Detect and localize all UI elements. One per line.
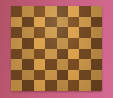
photo-background [0,0,113,98]
square-c4[interactable] [34,49,45,60]
square-h7[interactable] [91,17,102,28]
square-d6[interactable] [45,27,56,38]
square-f6[interactable] [68,27,79,38]
square-b8[interactable] [22,6,33,17]
square-d1[interactable] [45,80,56,91]
square-e5[interactable] [57,38,68,49]
square-c7[interactable] [34,17,45,28]
square-f8[interactable] [68,6,79,17]
square-e1[interactable] [57,80,68,91]
square-a4[interactable] [11,49,22,60]
square-a2[interactable] [11,70,22,81]
square-a3[interactable] [11,59,22,70]
square-e8[interactable] [57,6,68,17]
square-f5[interactable] [68,38,79,49]
square-c5[interactable] [34,38,45,49]
square-g2[interactable] [79,70,90,81]
square-h5[interactable] [91,38,102,49]
square-c1[interactable] [34,80,45,91]
square-g8[interactable] [79,6,90,17]
square-g3[interactable] [79,59,90,70]
square-b6[interactable] [22,27,33,38]
square-d4[interactable] [45,49,56,60]
square-e6[interactable] [57,27,68,38]
square-f2[interactable] [68,70,79,81]
square-d3[interactable] [45,59,56,70]
square-a6[interactable] [11,27,22,38]
square-b3[interactable] [22,59,33,70]
square-f4[interactable] [68,49,79,60]
square-h4[interactable] [91,49,102,60]
square-a8[interactable] [11,6,22,17]
square-a1[interactable] [11,80,22,91]
square-d5[interactable] [45,38,56,49]
square-a5[interactable] [11,38,22,49]
square-e7[interactable] [57,17,68,28]
square-d7[interactable] [45,17,56,28]
square-g7[interactable] [79,17,90,28]
square-c8[interactable] [34,6,45,17]
square-g5[interactable] [79,38,90,49]
game-board [11,6,102,91]
square-g4[interactable] [79,49,90,60]
square-h2[interactable] [91,70,102,81]
square-h3[interactable] [91,59,102,70]
square-e4[interactable] [57,49,68,60]
square-b4[interactable] [22,49,33,60]
square-b5[interactable] [22,38,33,49]
square-a7[interactable] [11,17,22,28]
square-h6[interactable] [91,27,102,38]
square-e3[interactable] [57,59,68,70]
square-f7[interactable] [68,17,79,28]
square-d2[interactable] [45,70,56,81]
square-b7[interactable] [22,17,33,28]
square-f1[interactable] [68,80,79,91]
square-b1[interactable] [22,80,33,91]
square-f3[interactable] [68,59,79,70]
square-d8[interactable] [45,6,56,17]
square-c6[interactable] [34,27,45,38]
square-g6[interactable] [79,27,90,38]
square-g1[interactable] [79,80,90,91]
square-b2[interactable] [22,70,33,81]
square-h8[interactable] [91,6,102,17]
square-h1[interactable] [91,80,102,91]
square-e2[interactable] [57,70,68,81]
square-c2[interactable] [34,70,45,81]
square-c3[interactable] [34,59,45,70]
board-grid [11,6,102,91]
